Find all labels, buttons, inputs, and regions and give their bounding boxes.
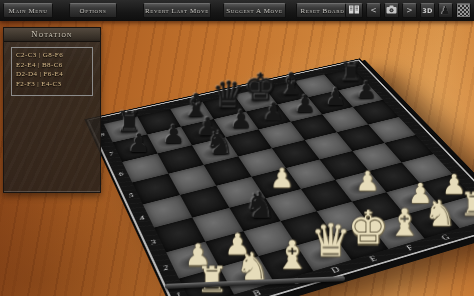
3d-mode-icon: 3D (422, 7, 433, 15)
black-knight-c3[interactable]: ♞ (229, 198, 280, 231)
move-list: C2-C3 | G8-F6 E2-E4 | B8-C6 D2-D4 | F6-E… (11, 47, 93, 96)
black-knight-glyph: ♞ (228, 188, 294, 224)
toolbar-icons: < > 3D ♟ (345, 3, 471, 18)
chess-board: ♜♝♛♚♝♜♟♟♟♟♟♟♟♟♞♟♞♟♟♟♟♟♜♞♝♛♚♝♞♜ ABCDEFGH1… (87, 59, 474, 296)
chevron-right-icon: > (407, 6, 412, 15)
camera-button[interactable] (384, 3, 399, 18)
revert-last-move-button[interactable]: Revert Last Move (143, 3, 211, 18)
reset-board-button[interactable]: Reset Board (296, 3, 349, 18)
checkerboard-icon (457, 4, 470, 17)
white-pawn-f3[interactable]: ♟ (335, 171, 386, 202)
notation-panel: Notation C2-C3 | G8-F6 E2-E4 | B8-C6 D2-… (3, 27, 101, 193)
next-move-button[interactable]: > (402, 3, 417, 18)
open-book-icon (348, 5, 360, 16)
black-pawn-glyph: ♟ (109, 130, 169, 156)
piece-layer: ♜♝♛♚♝♜♟♟♟♟♟♟♟♟♞♟♞♟♟♟♟♟♜♞♝♛♚♝♞♜ (89, 61, 474, 296)
camera-icon (386, 5, 397, 16)
view-mode-button[interactable]: 3D (420, 3, 435, 18)
board-style-button[interactable] (456, 3, 471, 18)
notation-title: Notation (4, 28, 100, 42)
menubar: Main Menu Options Revert Last Move Sugge… (0, 0, 474, 21)
chess-app-window: Main Menu Options Revert Last Move Sugge… (0, 0, 474, 296)
white-rook-glyph: ♜ (176, 262, 248, 296)
move-row: D2-D4 | F6-E4 (16, 70, 88, 80)
move-row: C2-C3 | G8-F6 (16, 51, 88, 61)
move-row: F2-F3 | E4-C3 (16, 80, 88, 90)
options-button[interactable]: Options (69, 3, 117, 18)
black-knight-glyph: ♞ (190, 126, 250, 159)
moves-book-button[interactable] (345, 3, 363, 18)
suggest-a-move-button[interactable]: Suggest A Move (223, 3, 286, 18)
prev-move-button[interactable]: < (366, 3, 381, 18)
main-menu-button[interactable]: Main Menu (3, 3, 53, 18)
piece-set-button[interactable]: ♟ (438, 3, 453, 18)
pawn-icon: ♟ (441, 5, 451, 16)
move-row: E2-E4 | B8-C6 (16, 61, 88, 71)
black-pawn-a7[interactable]: ♟ (113, 134, 158, 161)
chevron-left-icon: < (371, 6, 376, 15)
